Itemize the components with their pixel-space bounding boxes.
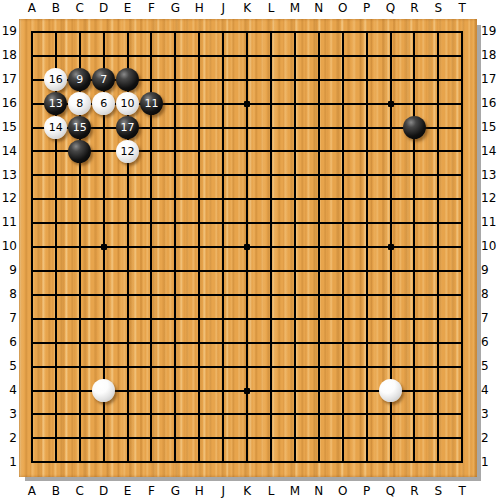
intersection-L10[interactable] bbox=[259, 235, 283, 259]
intersection-J11[interactable] bbox=[211, 211, 235, 235]
intersection-M7[interactable] bbox=[283, 307, 307, 331]
intersection-A10[interactable] bbox=[20, 235, 44, 259]
intersection-G19[interactable] bbox=[163, 20, 187, 44]
intersection-L6[interactable] bbox=[259, 331, 283, 355]
intersection-R5[interactable] bbox=[403, 355, 427, 379]
intersection-P16[interactable] bbox=[355, 92, 379, 116]
intersection-J15[interactable] bbox=[211, 116, 235, 140]
intersection-R18[interactable] bbox=[403, 44, 427, 68]
intersection-Q14[interactable] bbox=[379, 140, 403, 164]
intersection-M9[interactable] bbox=[283, 259, 307, 283]
intersection-M18[interactable] bbox=[283, 44, 307, 68]
intersection-S4[interactable] bbox=[426, 379, 450, 403]
intersection-E5[interactable] bbox=[116, 355, 140, 379]
intersection-H19[interactable] bbox=[187, 20, 211, 44]
intersection-J17[interactable] bbox=[211, 68, 235, 92]
intersection-G15[interactable] bbox=[163, 116, 187, 140]
intersection-T6[interactable] bbox=[450, 331, 474, 355]
intersection-D10[interactable] bbox=[92, 235, 116, 259]
intersection-D15[interactable] bbox=[92, 116, 116, 140]
intersection-F11[interactable] bbox=[140, 211, 164, 235]
intersection-N1[interactable] bbox=[307, 450, 331, 474]
intersection-N8[interactable] bbox=[307, 283, 331, 307]
intersection-T10[interactable] bbox=[450, 235, 474, 259]
intersection-J5[interactable] bbox=[211, 355, 235, 379]
intersection-F9[interactable] bbox=[140, 259, 164, 283]
intersection-O14[interactable] bbox=[331, 140, 355, 164]
intersection-D13[interactable] bbox=[92, 163, 116, 187]
intersection-T16[interactable] bbox=[450, 92, 474, 116]
intersection-L18[interactable] bbox=[259, 44, 283, 68]
intersection-O15[interactable] bbox=[331, 116, 355, 140]
intersection-M13[interactable] bbox=[283, 163, 307, 187]
intersection-E17[interactable] bbox=[116, 68, 140, 92]
intersection-K19[interactable] bbox=[235, 20, 259, 44]
intersection-O2[interactable] bbox=[331, 426, 355, 450]
intersection-K11[interactable] bbox=[235, 211, 259, 235]
intersection-E13[interactable] bbox=[116, 163, 140, 187]
intersection-T8[interactable] bbox=[450, 283, 474, 307]
intersection-H12[interactable] bbox=[187, 187, 211, 211]
intersection-E18[interactable] bbox=[116, 44, 140, 68]
intersection-C7[interactable] bbox=[68, 307, 92, 331]
intersection-H4[interactable] bbox=[187, 379, 211, 403]
intersection-M16[interactable] bbox=[283, 92, 307, 116]
intersection-K14[interactable] bbox=[235, 140, 259, 164]
intersection-P9[interactable] bbox=[355, 259, 379, 283]
intersection-H9[interactable] bbox=[187, 259, 211, 283]
intersection-N3[interactable] bbox=[307, 403, 331, 427]
intersection-P2[interactable] bbox=[355, 426, 379, 450]
intersection-R13[interactable] bbox=[403, 163, 427, 187]
intersection-C17[interactable]: 9 bbox=[68, 68, 92, 92]
intersection-J2[interactable] bbox=[211, 426, 235, 450]
intersection-O7[interactable] bbox=[331, 307, 355, 331]
intersection-T18[interactable] bbox=[450, 44, 474, 68]
intersection-R1[interactable] bbox=[403, 450, 427, 474]
intersection-K9[interactable] bbox=[235, 259, 259, 283]
intersection-H3[interactable] bbox=[187, 403, 211, 427]
intersection-O16[interactable] bbox=[331, 92, 355, 116]
intersection-K17[interactable] bbox=[235, 68, 259, 92]
intersection-H7[interactable] bbox=[187, 307, 211, 331]
intersection-M11[interactable] bbox=[283, 211, 307, 235]
intersection-S10[interactable] bbox=[426, 235, 450, 259]
intersection-C15[interactable]: 15 bbox=[68, 116, 92, 140]
intersection-R17[interactable] bbox=[403, 68, 427, 92]
intersection-T2[interactable] bbox=[450, 426, 474, 450]
intersection-F4[interactable] bbox=[140, 379, 164, 403]
intersection-L3[interactable] bbox=[259, 403, 283, 427]
intersection-S7[interactable] bbox=[426, 307, 450, 331]
intersection-A11[interactable] bbox=[20, 211, 44, 235]
intersection-H5[interactable] bbox=[187, 355, 211, 379]
intersection-B10[interactable] bbox=[44, 235, 68, 259]
intersection-C8[interactable] bbox=[68, 283, 92, 307]
intersection-H13[interactable] bbox=[187, 163, 211, 187]
intersection-D2[interactable] bbox=[92, 426, 116, 450]
intersection-S2[interactable] bbox=[426, 426, 450, 450]
intersection-L14[interactable] bbox=[259, 140, 283, 164]
intersection-P10[interactable] bbox=[355, 235, 379, 259]
intersection-A9[interactable] bbox=[20, 259, 44, 283]
intersection-J16[interactable] bbox=[211, 92, 235, 116]
intersection-S8[interactable] bbox=[426, 283, 450, 307]
intersection-D1[interactable] bbox=[92, 450, 116, 474]
intersection-C13[interactable] bbox=[68, 163, 92, 187]
intersection-A18[interactable] bbox=[20, 44, 44, 68]
intersection-B9[interactable] bbox=[44, 259, 68, 283]
intersection-K4[interactable] bbox=[235, 379, 259, 403]
intersection-A4[interactable] bbox=[20, 379, 44, 403]
intersection-T5[interactable] bbox=[450, 355, 474, 379]
intersection-G7[interactable] bbox=[163, 307, 187, 331]
intersection-D11[interactable] bbox=[92, 211, 116, 235]
intersection-L8[interactable] bbox=[259, 283, 283, 307]
intersection-E16[interactable]: 10 bbox=[116, 92, 140, 116]
intersection-N16[interactable] bbox=[307, 92, 331, 116]
intersection-R9[interactable] bbox=[403, 259, 427, 283]
intersection-C19[interactable] bbox=[68, 20, 92, 44]
intersection-A8[interactable] bbox=[20, 283, 44, 307]
intersection-N14[interactable] bbox=[307, 140, 331, 164]
intersection-A17[interactable] bbox=[20, 68, 44, 92]
intersection-T15[interactable] bbox=[450, 116, 474, 140]
intersection-M2[interactable] bbox=[283, 426, 307, 450]
intersection-C14[interactable] bbox=[68, 140, 92, 164]
intersection-G17[interactable] bbox=[163, 68, 187, 92]
intersection-K1[interactable] bbox=[235, 450, 259, 474]
intersection-K18[interactable] bbox=[235, 44, 259, 68]
intersection-N11[interactable] bbox=[307, 211, 331, 235]
intersection-H6[interactable] bbox=[187, 331, 211, 355]
intersection-J8[interactable] bbox=[211, 283, 235, 307]
intersection-Q6[interactable] bbox=[379, 331, 403, 355]
intersection-B2[interactable] bbox=[44, 426, 68, 450]
intersection-F19[interactable] bbox=[140, 20, 164, 44]
intersection-Q16[interactable] bbox=[379, 92, 403, 116]
intersection-C2[interactable] bbox=[68, 426, 92, 450]
intersection-K12[interactable] bbox=[235, 187, 259, 211]
intersection-B5[interactable] bbox=[44, 355, 68, 379]
intersection-H1[interactable] bbox=[187, 450, 211, 474]
intersection-L17[interactable] bbox=[259, 68, 283, 92]
intersection-R6[interactable] bbox=[403, 331, 427, 355]
intersection-J13[interactable] bbox=[211, 163, 235, 187]
intersection-H16[interactable] bbox=[187, 92, 211, 116]
intersection-A16[interactable] bbox=[20, 92, 44, 116]
intersection-O19[interactable] bbox=[331, 20, 355, 44]
intersection-O8[interactable] bbox=[331, 283, 355, 307]
intersection-B6[interactable] bbox=[44, 331, 68, 355]
intersection-Q17[interactable] bbox=[379, 68, 403, 92]
intersection-T13[interactable] bbox=[450, 163, 474, 187]
intersection-B12[interactable] bbox=[44, 187, 68, 211]
intersection-M14[interactable] bbox=[283, 140, 307, 164]
intersection-P17[interactable] bbox=[355, 68, 379, 92]
intersection-B3[interactable] bbox=[44, 403, 68, 427]
intersection-J3[interactable] bbox=[211, 403, 235, 427]
intersection-O18[interactable] bbox=[331, 44, 355, 68]
intersection-P19[interactable] bbox=[355, 20, 379, 44]
intersection-P4[interactable] bbox=[355, 379, 379, 403]
intersection-G10[interactable] bbox=[163, 235, 187, 259]
intersection-A2[interactable] bbox=[20, 426, 44, 450]
intersection-C3[interactable] bbox=[68, 403, 92, 427]
intersection-A3[interactable] bbox=[20, 403, 44, 427]
intersection-C11[interactable] bbox=[68, 211, 92, 235]
intersection-E3[interactable] bbox=[116, 403, 140, 427]
intersection-N12[interactable] bbox=[307, 187, 331, 211]
intersection-M3[interactable] bbox=[283, 403, 307, 427]
intersection-C10[interactable] bbox=[68, 235, 92, 259]
intersection-E14[interactable]: 12 bbox=[116, 140, 140, 164]
intersection-E6[interactable] bbox=[116, 331, 140, 355]
intersection-M4[interactable] bbox=[283, 379, 307, 403]
intersection-O13[interactable] bbox=[331, 163, 355, 187]
intersection-C9[interactable] bbox=[68, 259, 92, 283]
intersection-J10[interactable] bbox=[211, 235, 235, 259]
intersection-E9[interactable] bbox=[116, 259, 140, 283]
intersection-E12[interactable] bbox=[116, 187, 140, 211]
intersection-L5[interactable] bbox=[259, 355, 283, 379]
intersection-B16[interactable]: 13 bbox=[44, 92, 68, 116]
intersection-B11[interactable] bbox=[44, 211, 68, 235]
intersection-P13[interactable] bbox=[355, 163, 379, 187]
intersection-D4[interactable] bbox=[92, 379, 116, 403]
intersection-D17[interactable]: 7 bbox=[92, 68, 116, 92]
intersection-H10[interactable] bbox=[187, 235, 211, 259]
intersection-L11[interactable] bbox=[259, 211, 283, 235]
intersection-K10[interactable] bbox=[235, 235, 259, 259]
intersection-S11[interactable] bbox=[426, 211, 450, 235]
intersection-O4[interactable] bbox=[331, 379, 355, 403]
intersection-F14[interactable] bbox=[140, 140, 164, 164]
intersection-B13[interactable] bbox=[44, 163, 68, 187]
intersection-A12[interactable] bbox=[20, 187, 44, 211]
intersection-F1[interactable] bbox=[140, 450, 164, 474]
intersection-K2[interactable] bbox=[235, 426, 259, 450]
intersection-O10[interactable] bbox=[331, 235, 355, 259]
intersection-Q3[interactable] bbox=[379, 403, 403, 427]
intersection-S16[interactable] bbox=[426, 92, 450, 116]
intersection-L16[interactable] bbox=[259, 92, 283, 116]
intersection-H11[interactable] bbox=[187, 211, 211, 235]
intersection-R8[interactable] bbox=[403, 283, 427, 307]
intersection-F8[interactable] bbox=[140, 283, 164, 307]
intersection-T1[interactable] bbox=[450, 450, 474, 474]
intersection-E4[interactable] bbox=[116, 379, 140, 403]
intersection-F17[interactable] bbox=[140, 68, 164, 92]
intersection-G8[interactable] bbox=[163, 283, 187, 307]
intersection-R14[interactable] bbox=[403, 140, 427, 164]
intersection-K15[interactable] bbox=[235, 116, 259, 140]
intersection-K13[interactable] bbox=[235, 163, 259, 187]
intersection-L4[interactable] bbox=[259, 379, 283, 403]
intersection-S12[interactable] bbox=[426, 187, 450, 211]
intersection-F6[interactable] bbox=[140, 331, 164, 355]
intersection-G3[interactable] bbox=[163, 403, 187, 427]
intersection-F15[interactable] bbox=[140, 116, 164, 140]
intersection-G18[interactable] bbox=[163, 44, 187, 68]
intersection-T17[interactable] bbox=[450, 68, 474, 92]
intersection-E2[interactable] bbox=[116, 426, 140, 450]
intersection-N5[interactable] bbox=[307, 355, 331, 379]
intersection-M5[interactable] bbox=[283, 355, 307, 379]
intersection-H8[interactable] bbox=[187, 283, 211, 307]
intersection-R7[interactable] bbox=[403, 307, 427, 331]
intersection-Q12[interactable] bbox=[379, 187, 403, 211]
intersection-Q18[interactable] bbox=[379, 44, 403, 68]
intersection-T19[interactable] bbox=[450, 20, 474, 44]
intersection-B4[interactable] bbox=[44, 379, 68, 403]
intersection-G11[interactable] bbox=[163, 211, 187, 235]
intersection-G6[interactable] bbox=[163, 331, 187, 355]
intersection-A1[interactable] bbox=[20, 450, 44, 474]
intersection-D6[interactable] bbox=[92, 331, 116, 355]
intersection-O3[interactable] bbox=[331, 403, 355, 427]
intersection-F10[interactable] bbox=[140, 235, 164, 259]
intersection-F18[interactable] bbox=[140, 44, 164, 68]
intersection-A14[interactable] bbox=[20, 140, 44, 164]
intersection-S14[interactable] bbox=[426, 140, 450, 164]
intersection-D16[interactable]: 6 bbox=[92, 92, 116, 116]
intersection-B14[interactable] bbox=[44, 140, 68, 164]
intersection-N18[interactable] bbox=[307, 44, 331, 68]
intersection-T4[interactable] bbox=[450, 379, 474, 403]
intersection-H14[interactable] bbox=[187, 140, 211, 164]
intersection-K8[interactable] bbox=[235, 283, 259, 307]
intersection-R10[interactable] bbox=[403, 235, 427, 259]
intersection-N9[interactable] bbox=[307, 259, 331, 283]
intersection-R19[interactable] bbox=[403, 20, 427, 44]
intersection-P15[interactable] bbox=[355, 116, 379, 140]
intersection-H15[interactable] bbox=[187, 116, 211, 140]
intersection-H2[interactable] bbox=[187, 426, 211, 450]
intersection-G12[interactable] bbox=[163, 187, 187, 211]
intersection-F2[interactable] bbox=[140, 426, 164, 450]
intersection-P1[interactable] bbox=[355, 450, 379, 474]
intersection-D9[interactable] bbox=[92, 259, 116, 283]
intersection-D7[interactable] bbox=[92, 307, 116, 331]
intersection-F13[interactable] bbox=[140, 163, 164, 187]
intersection-R15[interactable] bbox=[403, 116, 427, 140]
intersection-J19[interactable] bbox=[211, 20, 235, 44]
intersection-E1[interactable] bbox=[116, 450, 140, 474]
intersection-D14[interactable] bbox=[92, 140, 116, 164]
intersection-B15[interactable]: 14 bbox=[44, 116, 68, 140]
intersection-B17[interactable]: 16 bbox=[44, 68, 68, 92]
intersection-F5[interactable] bbox=[140, 355, 164, 379]
intersection-G16[interactable] bbox=[163, 92, 187, 116]
intersection-K3[interactable] bbox=[235, 403, 259, 427]
intersection-D12[interactable] bbox=[92, 187, 116, 211]
intersection-E10[interactable] bbox=[116, 235, 140, 259]
intersection-F3[interactable] bbox=[140, 403, 164, 427]
intersection-G13[interactable] bbox=[163, 163, 187, 187]
intersection-Q19[interactable] bbox=[379, 20, 403, 44]
intersection-N15[interactable] bbox=[307, 116, 331, 140]
intersection-O1[interactable] bbox=[331, 450, 355, 474]
intersection-O17[interactable] bbox=[331, 68, 355, 92]
intersection-G5[interactable] bbox=[163, 355, 187, 379]
intersection-A13[interactable] bbox=[20, 163, 44, 187]
intersection-J14[interactable] bbox=[211, 140, 235, 164]
intersection-T11[interactable] bbox=[450, 211, 474, 235]
intersection-R3[interactable] bbox=[403, 403, 427, 427]
intersection-N2[interactable] bbox=[307, 426, 331, 450]
intersection-P8[interactable] bbox=[355, 283, 379, 307]
intersection-B1[interactable] bbox=[44, 450, 68, 474]
intersection-M8[interactable] bbox=[283, 283, 307, 307]
intersection-J12[interactable] bbox=[211, 187, 235, 211]
intersection-C18[interactable] bbox=[68, 44, 92, 68]
intersection-M17[interactable] bbox=[283, 68, 307, 92]
intersection-B18[interactable] bbox=[44, 44, 68, 68]
intersection-P3[interactable] bbox=[355, 403, 379, 427]
intersection-A5[interactable] bbox=[20, 355, 44, 379]
intersection-L15[interactable] bbox=[259, 116, 283, 140]
intersection-Q2[interactable] bbox=[379, 426, 403, 450]
intersection-Q10[interactable] bbox=[379, 235, 403, 259]
intersection-Q15[interactable] bbox=[379, 116, 403, 140]
intersection-M12[interactable] bbox=[283, 187, 307, 211]
intersection-T12[interactable] bbox=[450, 187, 474, 211]
intersection-R16[interactable] bbox=[403, 92, 427, 116]
intersection-M6[interactable] bbox=[283, 331, 307, 355]
intersection-N17[interactable] bbox=[307, 68, 331, 92]
intersection-B19[interactable] bbox=[44, 20, 68, 44]
intersection-S19[interactable] bbox=[426, 20, 450, 44]
intersection-K16[interactable] bbox=[235, 92, 259, 116]
intersection-D5[interactable] bbox=[92, 355, 116, 379]
intersection-N13[interactable] bbox=[307, 163, 331, 187]
intersection-Q8[interactable] bbox=[379, 283, 403, 307]
intersection-M15[interactable] bbox=[283, 116, 307, 140]
intersection-O12[interactable] bbox=[331, 187, 355, 211]
intersection-R12[interactable] bbox=[403, 187, 427, 211]
intersection-O5[interactable] bbox=[331, 355, 355, 379]
intersection-S1[interactable] bbox=[426, 450, 450, 474]
intersection-L9[interactable] bbox=[259, 259, 283, 283]
intersection-S3[interactable] bbox=[426, 403, 450, 427]
intersection-C4[interactable] bbox=[68, 379, 92, 403]
intersection-F7[interactable] bbox=[140, 307, 164, 331]
intersection-E11[interactable] bbox=[116, 211, 140, 235]
intersection-P7[interactable] bbox=[355, 307, 379, 331]
intersection-K6[interactable] bbox=[235, 331, 259, 355]
intersection-A19[interactable] bbox=[20, 20, 44, 44]
intersection-L13[interactable] bbox=[259, 163, 283, 187]
intersection-Q4[interactable] bbox=[379, 379, 403, 403]
intersection-J4[interactable] bbox=[211, 379, 235, 403]
intersection-G4[interactable] bbox=[163, 379, 187, 403]
intersection-M19[interactable] bbox=[283, 20, 307, 44]
intersection-D3[interactable] bbox=[92, 403, 116, 427]
intersection-S18[interactable] bbox=[426, 44, 450, 68]
intersection-C12[interactable] bbox=[68, 187, 92, 211]
intersection-P5[interactable] bbox=[355, 355, 379, 379]
intersection-G9[interactable] bbox=[163, 259, 187, 283]
intersection-C6[interactable] bbox=[68, 331, 92, 355]
intersection-E8[interactable] bbox=[116, 283, 140, 307]
intersection-S15[interactable] bbox=[426, 116, 450, 140]
intersection-C16[interactable]: 8 bbox=[68, 92, 92, 116]
intersection-Q9[interactable] bbox=[379, 259, 403, 283]
intersection-T14[interactable] bbox=[450, 140, 474, 164]
intersection-R4[interactable] bbox=[403, 379, 427, 403]
intersection-T3[interactable] bbox=[450, 403, 474, 427]
